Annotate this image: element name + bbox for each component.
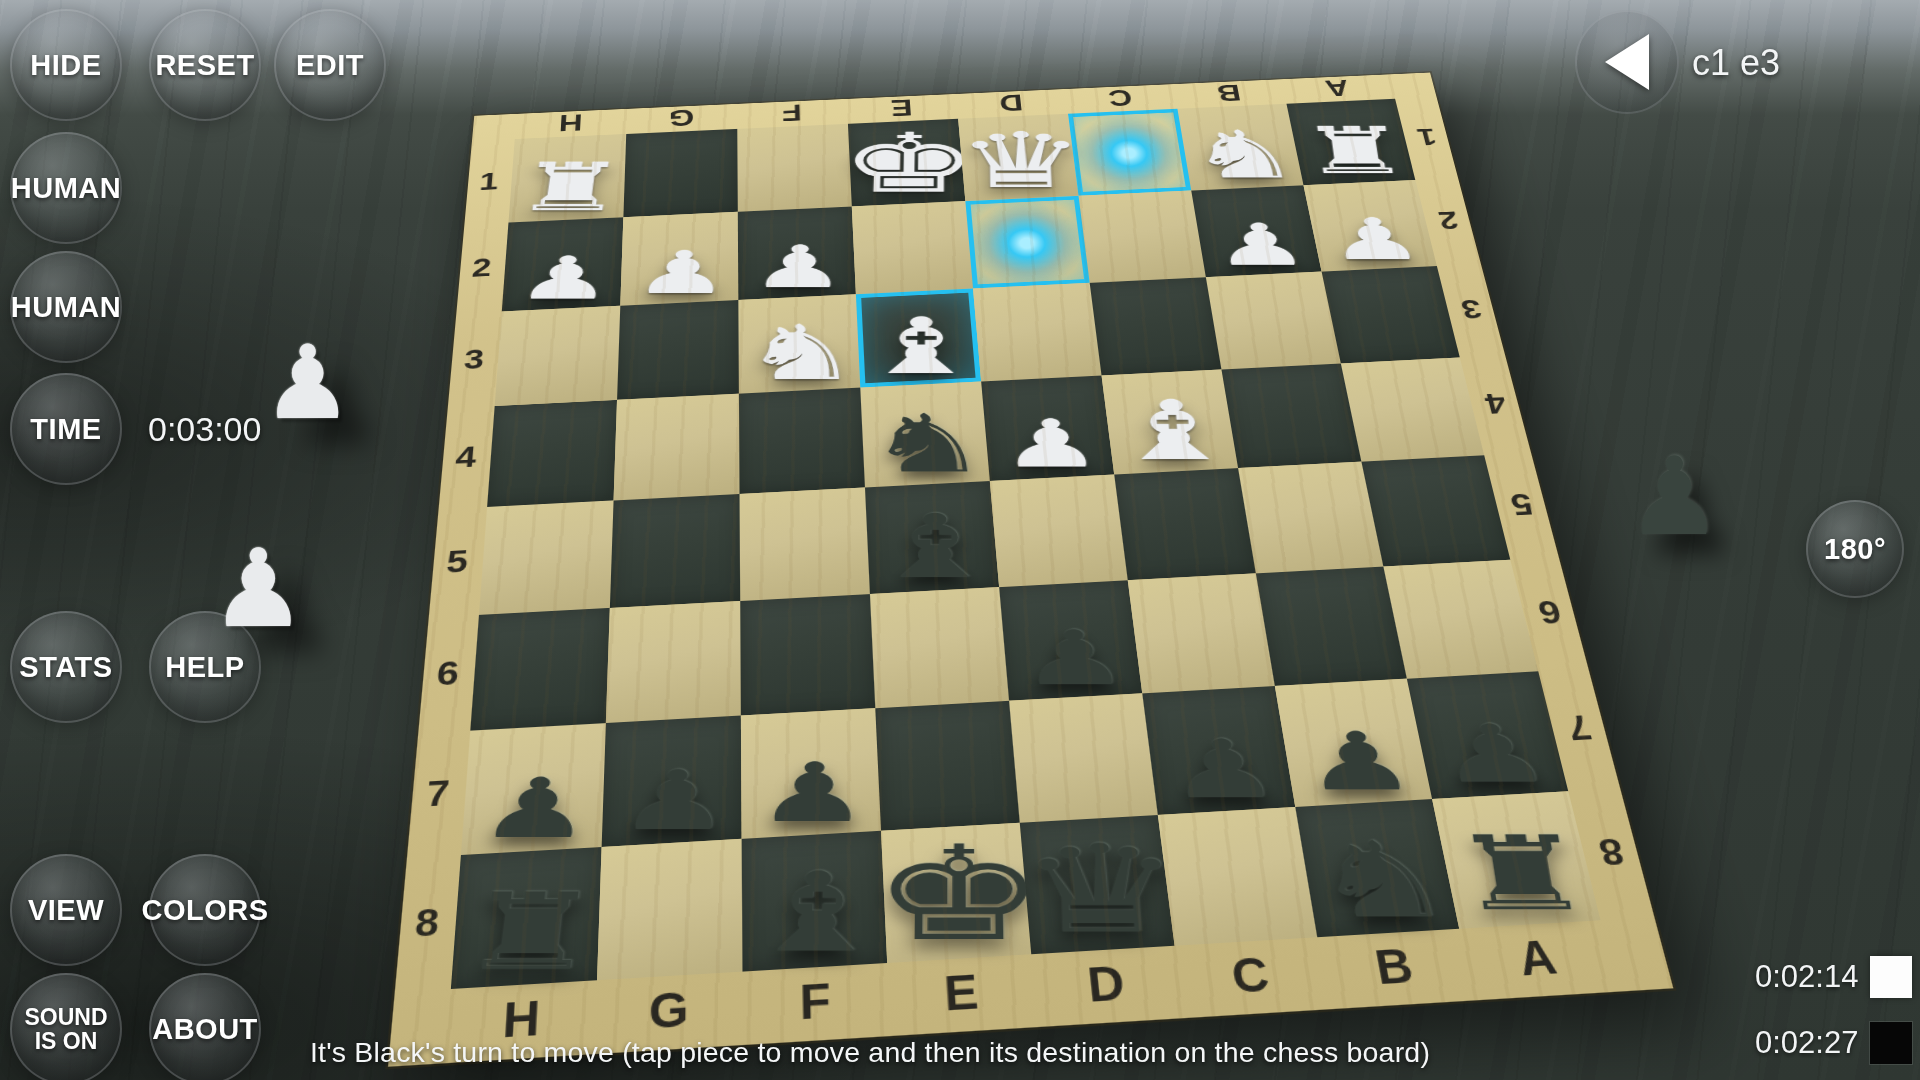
square-d7[interactable] — [1009, 693, 1158, 823]
player-black-label: HUMAN — [11, 291, 121, 324]
square-g8[interactable] — [597, 839, 742, 980]
white-clock-icon — [1870, 956, 1912, 998]
square-e6[interactable] — [870, 587, 1009, 708]
piece-black-knight-e4[interactable]: ♞ — [865, 407, 990, 481]
file-label-bottom-f: F — [789, 975, 841, 1027]
square-e5[interactable]: ♝ — [865, 481, 999, 594]
edit-button[interactable]: EDIT — [274, 9, 386, 121]
piece-white-pawn-a2[interactable]: ♟ — [1324, 214, 1426, 267]
square-b2[interactable]: ♟ — [1191, 185, 1321, 277]
square-c8[interactable] — [1158, 807, 1317, 946]
rotate-board-label: 180° — [1824, 533, 1886, 566]
piece-black-knight-b8[interactable]: ♞ — [1306, 832, 1459, 929]
piece-white-rook-a1[interactable]: ♜ — [1296, 121, 1413, 180]
piece-white-queen-d1[interactable]: ♛ — [956, 126, 1087, 196]
square-h8[interactable]: ♜ — [451, 847, 602, 989]
reset-button-label: RESET — [155, 49, 254, 82]
back-arrow-icon — [1605, 34, 1649, 90]
file-label-bottom-e: E — [934, 967, 988, 1019]
captured-black-pawn-1: ♟ — [1626, 448, 1723, 545]
board-wrapper: ♜♚♛♞♜♟♟♟♟♟♞♝♞♟♝♝♟♟♟♟♟♟♟♜♝♚♛♞♜HHGGFFEEDDC… — [452, 94, 1460, 1080]
rank-label-left-1: 1 — [468, 166, 510, 197]
rank-label-left-2: 2 — [460, 251, 503, 284]
square-e1[interactable]: ♚ — [848, 119, 965, 207]
square-f5[interactable] — [740, 487, 870, 601]
player-white-label: HUMAN — [11, 172, 121, 205]
piece-black-bishop-e5[interactable]: ♝ — [868, 506, 1001, 587]
time-button[interactable]: TIME — [10, 373, 122, 485]
rank-label-right-7: 7 — [1551, 706, 1608, 750]
stats-button-label: STATS — [19, 651, 112, 684]
square-h5[interactable] — [479, 500, 614, 615]
piece-white-king-e1[interactable]: ♚ — [838, 126, 978, 201]
rank-label-left-3: 3 — [452, 341, 497, 376]
player-white-button[interactable]: HUMAN — [10, 132, 122, 244]
square-h7[interactable]: ♟ — [461, 723, 606, 855]
piece-white-knight-b1[interactable]: ♞ — [1185, 125, 1303, 186]
square-f8[interactable]: ♝ — [742, 831, 888, 972]
piece-white-pawn-f2[interactable]: ♟ — [749, 241, 847, 295]
square-d8[interactable]: ♛ — [1020, 815, 1175, 954]
square-a6[interactable] — [1383, 560, 1538, 679]
square-c7[interactable]: ♟ — [1142, 686, 1295, 815]
reset-button[interactable]: RESET — [149, 9, 261, 121]
square-a7[interactable]: ♟ — [1407, 671, 1568, 799]
help-button-label: HELP — [165, 651, 244, 684]
square-f1[interactable] — [737, 124, 852, 212]
rank-label-right-6: 6 — [1522, 592, 1577, 633]
square-g6[interactable] — [606, 601, 741, 723]
view-button[interactable]: VIEW — [10, 854, 122, 966]
square-b4[interactable] — [1221, 364, 1361, 468]
file-label-top-f: F — [772, 99, 811, 128]
square-c4[interactable]: ♝ — [1102, 370, 1239, 475]
captured-white-pawn-1: ♟ — [262, 338, 353, 430]
square-a2[interactable]: ♟ — [1303, 180, 1436, 272]
piece-white-rook-h1[interactable]: ♜ — [510, 157, 629, 218]
sound-toggle-line2: IS ON — [35, 1029, 98, 1053]
square-d1[interactable]: ♛ — [958, 114, 1078, 201]
square-h6[interactable] — [470, 608, 610, 731]
piece-white-pawn-g2[interactable]: ♟ — [631, 246, 732, 300]
rotate-board-button[interactable]: 180° — [1806, 500, 1904, 598]
square-a1[interactable]: ♜ — [1286, 99, 1415, 185]
square-c1[interactable] — [1068, 109, 1191, 196]
square-e2[interactable] — [852, 201, 973, 294]
square-d5[interactable] — [990, 474, 1128, 587]
file-label-bottom-d: D — [1078, 958, 1134, 1009]
white-clock-time: 0:02:14 — [1755, 959, 1858, 995]
square-f3[interactable]: ♞ — [738, 294, 860, 394]
square-b3[interactable] — [1206, 272, 1341, 370]
square-a8[interactable]: ♜ — [1432, 791, 1600, 929]
square-c5[interactable] — [1114, 468, 1256, 580]
piece-white-bishop-c4[interactable]: ♝ — [1108, 393, 1240, 469]
rank-label-left-5: 5 — [433, 541, 481, 581]
square-d3[interactable] — [973, 283, 1102, 382]
file-label-bottom-c: C — [1222, 950, 1279, 1001]
square-e3[interactable]: ♝ — [856, 289, 981, 388]
rank-label-left-8: 8 — [400, 897, 454, 947]
white-clock: 0:02:14 — [1755, 956, 1912, 998]
piece-black-pawn-g7[interactable]: ♟ — [614, 764, 733, 840]
piece-white-bishop-e3[interactable]: ♝ — [858, 310, 982, 381]
piece-white-knight-f3[interactable]: ♞ — [739, 318, 862, 388]
square-d2[interactable] — [965, 196, 1089, 289]
square-c6[interactable] — [1128, 573, 1275, 693]
square-f7[interactable]: ♟ — [741, 708, 881, 839]
piece-black-king-e8[interactable]: ♚ — [870, 834, 1048, 954]
rank-label-right-2: 2 — [1425, 205, 1472, 237]
edit-button-label: EDIT — [296, 49, 364, 82]
file-label-top-c: C — [1099, 84, 1141, 113]
view-button-label: VIEW — [28, 894, 104, 927]
captured-white-pawn-2: ♟ — [210, 540, 307, 637]
hide-button-label: HIDE — [30, 49, 101, 82]
piece-black-pawn-b7[interactable]: ♟ — [1299, 726, 1420, 800]
sound-toggle-line1: SOUND — [24, 1005, 107, 1029]
file-label-top-d: D — [991, 89, 1032, 118]
stats-button[interactable]: STATS — [10, 611, 122, 723]
black-clock-time: 0:02:27 — [1755, 1025, 1858, 1061]
rank-label-right-1: 1 — [1404, 123, 1450, 153]
black-clock: 0:02:27 — [1755, 1022, 1912, 1064]
square-h2[interactable]: ♟ — [502, 217, 624, 311]
piece-white-pawn-b2[interactable]: ♟ — [1211, 219, 1311, 272]
square-e7[interactable] — [875, 701, 1019, 831]
time-setting-value: 0:03:00 — [148, 410, 261, 449]
piece-black-pawn-h7[interactable]: ♟ — [474, 771, 597, 847]
rank-label-right-8: 8 — [1582, 829, 1642, 877]
file-label-top-h: H — [551, 108, 591, 138]
square-f2[interactable]: ♟ — [738, 206, 856, 299]
square-e8[interactable]: ♚ — [881, 823, 1031, 963]
square-g3[interactable] — [617, 300, 739, 400]
rank-label-left-4: 4 — [443, 438, 489, 475]
rank-label-right-3: 3 — [1447, 293, 1496, 327]
chess-board[interactable]: ♜♚♛♞♜♟♟♟♟♟♞♝♞♟♝♝♟♟♟♟♟♟♟♜♝♚♛♞♜HHGGFFEEDDC… — [388, 73, 1673, 1067]
square-g1[interactable] — [623, 129, 737, 217]
colors-button-label: COLORS — [141, 894, 268, 927]
square-g2[interactable]: ♟ — [620, 212, 738, 306]
square-a4[interactable] — [1341, 358, 1484, 462]
square-b5[interactable] — [1238, 462, 1383, 574]
piece-black-pawn-d6[interactable]: ♟ — [1019, 624, 1130, 694]
piece-black-queen-d8[interactable]: ♛ — [1017, 834, 1185, 946]
square-f6[interactable] — [740, 594, 875, 716]
square-e4[interactable]: ♞ — [860, 382, 990, 488]
board-grid: ♜♚♛♞♜♟♟♟♟♟♞♝♞♟♝♝♟♟♟♟♟♟♟♜♝♚♛♞♜ — [451, 99, 1601, 989]
piece-white-pawn-h2[interactable]: ♟ — [513, 252, 616, 306]
piece-black-bishop-f8[interactable]: ♝ — [740, 862, 891, 963]
file-label-top-b: B — [1208, 79, 1251, 108]
square-f4[interactable] — [739, 388, 865, 494]
square-h3[interactable] — [495, 306, 621, 406]
hide-button[interactable]: HIDE — [10, 9, 122, 121]
rank-label-right-4: 4 — [1471, 386, 1522, 422]
status-message: It's Black's turn to move (tap piece to … — [240, 1036, 1500, 1069]
square-c3[interactable] — [1090, 277, 1222, 375]
square-b6[interactable] — [1256, 566, 1407, 686]
piece-white-pawn-d4[interactable]: ♟ — [1000, 414, 1103, 475]
square-h4[interactable] — [487, 400, 617, 507]
undo-move-button[interactable] — [1575, 10, 1679, 114]
square-d4[interactable]: ♟ — [981, 376, 1114, 481]
rank-label-left-6: 6 — [423, 651, 473, 694]
square-g5[interactable] — [610, 494, 740, 608]
player-black-button[interactable]: HUMAN — [10, 251, 122, 363]
rank-label-left-7: 7 — [412, 770, 464, 816]
file-label-top-a: A — [1316, 74, 1360, 103]
square-b8[interactable]: ♞ — [1295, 799, 1459, 937]
square-a5[interactable] — [1361, 455, 1510, 566]
piece-black-pawn-c7[interactable]: ♟ — [1165, 733, 1283, 807]
file-label-bottom-g: G — [643, 984, 695, 1036]
piece-black-pawn-a7[interactable]: ♟ — [1432, 718, 1555, 792]
last-move-display: c1 e3 — [1692, 42, 1780, 84]
square-c2[interactable] — [1079, 190, 1206, 282]
piece-black-pawn-f7[interactable]: ♟ — [754, 756, 870, 831]
square-d6[interactable]: ♟ — [999, 580, 1142, 701]
square-a3[interactable] — [1322, 266, 1460, 364]
file-label-bottom-b: B — [1365, 941, 1424, 992]
piece-black-rook-h8[interactable]: ♜ — [453, 884, 604, 981]
square-b1[interactable]: ♞ — [1177, 104, 1303, 191]
piece-black-rook-a8[interactable]: ♜ — [1446, 827, 1599, 921]
square-g4[interactable] — [614, 394, 740, 501]
time-button-label: TIME — [30, 413, 101, 446]
file-label-top-e: E — [882, 94, 922, 123]
black-clock-icon — [1870, 1022, 1912, 1064]
sound-toggle-button[interactable]: SOUND IS ON — [10, 973, 122, 1080]
file-label-bottom-a: A — [1507, 932, 1568, 983]
rank-label-right-5: 5 — [1496, 486, 1549, 525]
square-h1[interactable]: ♜ — [508, 134, 626, 223]
square-g7[interactable]: ♟ — [602, 716, 742, 847]
colors-button[interactable]: COLORS — [149, 854, 261, 966]
file-label-top-g: G — [662, 103, 701, 133]
square-b7[interactable]: ♟ — [1275, 679, 1432, 807]
